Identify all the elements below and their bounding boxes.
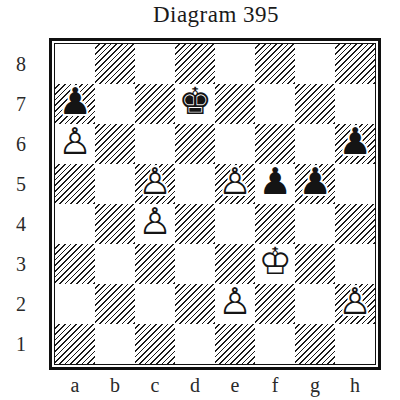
square-f7[interactable] xyxy=(255,84,295,124)
square-c3[interactable] xyxy=(135,244,175,284)
square-f5[interactable]: ♟ xyxy=(255,164,295,204)
rank-label-6: 6 xyxy=(6,124,36,164)
square-d5[interactable] xyxy=(175,164,215,204)
square-a8[interactable] xyxy=(55,44,95,84)
square-f1[interactable] xyxy=(255,324,295,364)
file-label-f: f xyxy=(255,373,295,397)
white-pawn: ♟♙ xyxy=(215,164,255,204)
board-frame: ♟♚♟♙♟♟♙♟♙♟♟♟♙♚♔♟♙♟♙ xyxy=(49,38,381,370)
square-c4[interactable]: ♟♙ xyxy=(135,204,175,244)
square-b6[interactable] xyxy=(95,124,135,164)
square-a1[interactable] xyxy=(55,324,95,364)
square-e7[interactable] xyxy=(215,84,255,124)
square-h1[interactable] xyxy=(335,324,375,364)
square-b8[interactable] xyxy=(95,44,135,84)
chess-board: ♟♚♟♙♟♟♙♟♙♟♟♟♙♚♔♟♙♟♙ xyxy=(54,43,376,365)
square-e8[interactable] xyxy=(215,44,255,84)
rank-label-3: 3 xyxy=(6,244,36,284)
square-e4[interactable] xyxy=(215,204,255,244)
square-e5[interactable]: ♟♙ xyxy=(215,164,255,204)
square-a7[interactable]: ♟ xyxy=(55,84,95,124)
square-g4[interactable] xyxy=(295,204,335,244)
square-e6[interactable] xyxy=(215,124,255,164)
square-h8[interactable] xyxy=(335,44,375,84)
rank-label-2: 2 xyxy=(6,284,36,324)
square-e2[interactable]: ♟♙ xyxy=(215,284,255,324)
square-h7[interactable] xyxy=(335,84,375,124)
file-label-h: h xyxy=(335,373,375,397)
black-pawn: ♟ xyxy=(255,164,295,204)
square-h6[interactable]: ♟ xyxy=(335,124,375,164)
square-a3[interactable] xyxy=(55,244,95,284)
white-pawn: ♟♙ xyxy=(55,124,95,164)
rank-label-5: 5 xyxy=(6,164,36,204)
square-b3[interactable] xyxy=(95,244,135,284)
square-g8[interactable] xyxy=(295,44,335,84)
diagram-title: Diagram 395 xyxy=(49,2,383,28)
black-pawn: ♟ xyxy=(335,124,375,164)
square-c1[interactable] xyxy=(135,324,175,364)
square-f6[interactable] xyxy=(255,124,295,164)
square-b5[interactable] xyxy=(95,164,135,204)
square-d8[interactable] xyxy=(175,44,215,84)
square-b7[interactable] xyxy=(95,84,135,124)
black-king: ♚ xyxy=(175,84,215,124)
square-g3[interactable] xyxy=(295,244,335,284)
white-pawn: ♟♙ xyxy=(215,284,255,324)
square-c7[interactable] xyxy=(135,84,175,124)
file-label-d: d xyxy=(175,373,215,397)
square-a6[interactable]: ♟♙ xyxy=(55,124,95,164)
file-label-g: g xyxy=(295,373,335,397)
rank-label-4: 4 xyxy=(6,204,36,244)
square-f3[interactable]: ♚♔ xyxy=(255,244,295,284)
square-g6[interactable] xyxy=(295,124,335,164)
square-g1[interactable] xyxy=(295,324,335,364)
white-pawn: ♟♙ xyxy=(335,284,375,324)
square-c2[interactable] xyxy=(135,284,175,324)
file-label-a: a xyxy=(55,373,95,397)
square-c8[interactable] xyxy=(135,44,175,84)
square-f8[interactable] xyxy=(255,44,295,84)
rank-label-1: 1 xyxy=(6,324,36,364)
square-h4[interactable] xyxy=(335,204,375,244)
square-d1[interactable] xyxy=(175,324,215,364)
file-label-b: b xyxy=(95,373,135,397)
square-h3[interactable] xyxy=(335,244,375,284)
square-a5[interactable] xyxy=(55,164,95,204)
file-label-e: e xyxy=(215,373,255,397)
square-g7[interactable] xyxy=(295,84,335,124)
square-h2[interactable]: ♟♙ xyxy=(335,284,375,324)
square-a2[interactable] xyxy=(55,284,95,324)
square-f4[interactable] xyxy=(255,204,295,244)
black-pawn: ♟ xyxy=(295,164,335,204)
square-b4[interactable] xyxy=(95,204,135,244)
square-g2[interactable] xyxy=(295,284,335,324)
square-a4[interactable] xyxy=(55,204,95,244)
white-king: ♚♔ xyxy=(255,244,295,284)
rank-labels: 87654321 xyxy=(6,44,36,364)
square-h5[interactable] xyxy=(335,164,375,204)
rank-label-7: 7 xyxy=(6,84,36,124)
square-b2[interactable] xyxy=(95,284,135,324)
white-pawn: ♟♙ xyxy=(135,164,175,204)
square-e3[interactable] xyxy=(215,244,255,284)
black-pawn: ♟ xyxy=(55,84,95,124)
square-d3[interactable] xyxy=(175,244,215,284)
square-b1[interactable] xyxy=(95,324,135,364)
square-f2[interactable] xyxy=(255,284,295,324)
white-pawn: ♟♙ xyxy=(135,204,175,244)
square-c6[interactable] xyxy=(135,124,175,164)
square-g5[interactable]: ♟ xyxy=(295,164,335,204)
rank-label-8: 8 xyxy=(6,44,36,84)
square-c5[interactable]: ♟♙ xyxy=(135,164,175,204)
square-d2[interactable] xyxy=(175,284,215,324)
file-labels: abcdefgh xyxy=(55,373,375,397)
file-label-c: c xyxy=(135,373,175,397)
square-d4[interactable] xyxy=(175,204,215,244)
square-d7[interactable]: ♚ xyxy=(175,84,215,124)
square-d6[interactable] xyxy=(175,124,215,164)
square-e1[interactable] xyxy=(215,324,255,364)
